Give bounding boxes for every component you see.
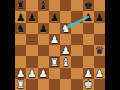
piece-black-queen-h4[interactable]: ♛ (94, 45, 105, 56)
square-d7[interactable]: ♟ (49, 11, 60, 22)
square-b2[interactable]: ♟ (26, 68, 37, 79)
piece-white-knight-e6[interactable]: ♞ (60, 23, 71, 34)
square-g2[interactable]: ♟ (83, 68, 94, 79)
piece-white-pawn-g2[interactable]: ♟ (83, 68, 94, 79)
piece-black-pawn-c6[interactable]: ♟ (38, 23, 49, 34)
square-g4[interactable] (83, 45, 94, 56)
square-d6[interactable] (49, 23, 60, 34)
square-b5[interactable] (26, 34, 37, 45)
square-c8[interactable]: ♝ (38, 0, 49, 11)
letterbox-right (105, 0, 120, 90)
square-a7[interactable]: ♟ (15, 11, 26, 22)
piece-white-pawn-b2[interactable]: ♟ (26, 68, 37, 79)
square-d1[interactable] (49, 79, 60, 90)
square-h5[interactable] (94, 34, 105, 45)
square-e8[interactable] (60, 0, 71, 11)
square-c4[interactable] (38, 45, 49, 56)
piece-white-rook-d3[interactable]: ♜ (49, 56, 60, 67)
square-c1[interactable] (38, 79, 49, 90)
square-a1[interactable]: ♜ (15, 79, 26, 90)
square-f4[interactable] (71, 45, 82, 56)
piece-white-king-g1[interactable]: ♚ (83, 79, 94, 90)
piece-white-pawn-e4[interactable]: ♟ (60, 45, 71, 56)
square-e1[interactable] (60, 79, 71, 90)
square-f6[interactable] (71, 23, 82, 34)
square-f5[interactable] (71, 34, 82, 45)
piece-white-pawn-c2[interactable]: ♟ (38, 68, 49, 79)
square-c5[interactable] (38, 34, 49, 45)
square-h1[interactable] (94, 79, 105, 90)
square-b3[interactable] (26, 56, 37, 67)
chess-app-screenshot: ♜♝♚♟♟♟♟♟♞♟♞♟♟♛♜♝♟♟♟♟♟♜♚ (0, 0, 120, 90)
piece-black-pawn-a7[interactable]: ♟ (15, 11, 26, 22)
square-g7[interactable]: ♟ (83, 11, 94, 22)
square-a6[interactable]: ♞ (15, 23, 26, 34)
piece-black-pawn-b7[interactable]: ♟ (26, 11, 37, 22)
square-a4[interactable] (15, 45, 26, 56)
square-d4[interactable] (49, 45, 60, 56)
square-f7[interactable] (71, 11, 82, 22)
square-c6[interactable]: ♟ (38, 23, 49, 34)
square-h7[interactable]: ♟ (94, 11, 105, 22)
square-e7[interactable] (60, 11, 71, 22)
piece-black-king-g8[interactable]: ♚ (83, 0, 94, 11)
square-b8[interactable] (26, 0, 37, 11)
square-g6[interactable] (83, 23, 94, 34)
square-e4[interactable]: ♟ (60, 45, 71, 56)
square-e5[interactable] (60, 34, 71, 45)
square-h8[interactable] (94, 0, 105, 11)
square-a5[interactable] (15, 34, 26, 45)
square-h3[interactable] (94, 56, 105, 67)
square-b6[interactable] (26, 23, 37, 34)
square-d3[interactable]: ♜ (49, 56, 60, 67)
square-g5[interactable] (83, 34, 94, 45)
piece-black-knight-a6[interactable]: ♞ (15, 23, 26, 34)
square-g1[interactable]: ♚ (83, 79, 94, 90)
square-e6[interactable]: ♞ (60, 23, 71, 34)
square-a2[interactable]: ♟ (15, 68, 26, 79)
square-c7[interactable] (38, 11, 49, 22)
square-f3[interactable] (71, 56, 82, 67)
square-g8[interactable]: ♚ (83, 0, 94, 11)
square-c3[interactable] (38, 56, 49, 67)
letterbox-left (0, 0, 15, 90)
piece-black-pawn-h7[interactable]: ♟ (94, 11, 105, 22)
piece-white-rook-a1[interactable]: ♜ (15, 79, 26, 90)
square-a8[interactable]: ♜ (15, 0, 26, 11)
square-f8[interactable] (71, 0, 82, 11)
piece-white-bishop-e3[interactable]: ♝ (60, 56, 71, 67)
square-e2[interactable] (60, 68, 71, 79)
square-c2[interactable]: ♟ (38, 68, 49, 79)
piece-black-rook-a8[interactable]: ♜ (15, 0, 26, 11)
square-b4[interactable] (26, 45, 37, 56)
piece-black-pawn-g7[interactable]: ♟ (83, 11, 94, 22)
square-h4[interactable]: ♛ (94, 45, 105, 56)
square-a3[interactable] (15, 56, 26, 67)
square-b7[interactable]: ♟ (26, 11, 37, 22)
piece-white-pawn-h2[interactable]: ♟ (94, 68, 105, 79)
square-f2[interactable] (71, 68, 82, 79)
square-h2[interactable]: ♟ (94, 68, 105, 79)
chess-board: ♜♝♚♟♟♟♟♟♞♟♞♟♟♛♜♝♟♟♟♟♟♜♚ (15, 0, 105, 90)
square-g3[interactable] (83, 56, 94, 67)
square-f1[interactable] (71, 79, 82, 90)
piece-black-pawn-d7[interactable]: ♟ (49, 11, 60, 22)
square-d5[interactable]: ♟ (49, 34, 60, 45)
piece-white-pawn-a2[interactable]: ♟ (15, 68, 26, 79)
square-e3[interactable]: ♝ (60, 56, 71, 67)
piece-black-bishop-c8[interactable]: ♝ (38, 0, 49, 11)
square-d2[interactable] (49, 68, 60, 79)
square-b1[interactable] (26, 79, 37, 90)
piece-white-pawn-d5[interactable]: ♟ (49, 34, 60, 45)
square-h6[interactable] (94, 23, 105, 34)
square-d8[interactable] (49, 0, 60, 11)
